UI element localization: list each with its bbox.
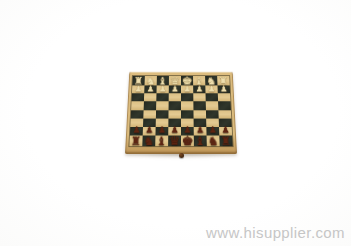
board-square: ♝	[194, 135, 207, 146]
board-square: ♟	[168, 127, 181, 136]
board-square	[156, 110, 169, 118]
board-square	[218, 93, 231, 101]
board-square	[206, 118, 219, 127]
black-king-piece: ♚	[182, 135, 194, 146]
board-square: ♟	[143, 127, 156, 136]
black-rook-piece: ♜	[220, 136, 231, 146]
board-square	[156, 102, 169, 110]
board-square: ♟	[144, 85, 156, 93]
board-square	[219, 118, 232, 127]
black-rook-piece: ♜	[130, 136, 141, 146]
white-pawn-piece: ♟	[134, 86, 142, 93]
white-bishop-piece: ♝	[194, 77, 204, 86]
board-square: ♟	[169, 85, 181, 93]
black-bishop-piece: ♝	[156, 136, 167, 146]
board-square: ♟	[217, 85, 230, 93]
chess-board: ♜♞♝♛♚♝♞♜♟♟♟♟♟♟♟♟♟♟♟♟♟♟♟♟♜♞♝♛♚♝♞♜	[125, 72, 237, 154]
board-square	[218, 110, 231, 118]
board-square: ♟	[206, 127, 219, 136]
black-pawn-piece: ♟	[132, 127, 140, 134]
board-square	[132, 93, 145, 101]
board-square: ♜	[217, 76, 230, 85]
white-queen-piece: ♛	[169, 76, 180, 85]
board-frame: ♜♞♝♛♚♝♞♜♟♟♟♟♟♟♟♟♟♟♟♟♟♟♟♟♜♞♝♛♚♝♞♜	[125, 72, 237, 154]
board-square: ♛	[168, 135, 181, 146]
black-pawn-piece: ♟	[209, 127, 217, 134]
white-rook-piece: ♜	[133, 77, 143, 86]
board-square	[143, 118, 156, 127]
board-square	[193, 93, 205, 101]
board-square	[131, 102, 144, 110]
white-rook-piece: ♜	[218, 77, 228, 86]
board-grid: ♜♞♝♛♚♝♞♜♟♟♟♟♟♟♟♟♟♟♟♟♟♟♟♟♜♞♝♛♚♝♞♜	[128, 75, 233, 147]
board-square: ♜	[129, 135, 142, 146]
board-square: ♛	[169, 76, 181, 85]
white-knight-piece: ♞	[146, 77, 156, 86]
board-square: ♝	[157, 76, 169, 85]
clasp-pin-icon	[178, 153, 183, 158]
board-square: ♞	[207, 135, 220, 146]
board-square	[218, 102, 231, 110]
white-pawn-piece: ♟	[208, 86, 216, 93]
board-square	[168, 118, 181, 127]
board-square	[181, 102, 193, 110]
black-pawn-piece: ♟	[196, 127, 204, 134]
board-square: ♟	[219, 127, 232, 136]
board-square: ♟	[130, 127, 143, 136]
board-square: ♚	[181, 135, 194, 146]
black-knight-piece: ♞	[208, 136, 219, 146]
white-pawn-piece: ♟	[171, 86, 179, 93]
board-square	[144, 102, 157, 110]
board-square: ♞	[145, 76, 157, 85]
board-square	[131, 110, 144, 118]
board-square	[193, 102, 206, 110]
board-square: ♞	[142, 135, 155, 146]
black-pawn-piece: ♟	[145, 127, 153, 134]
board-square: ♟	[181, 127, 194, 136]
white-pawn-piece: ♟	[159, 86, 167, 93]
black-queen-piece: ♛	[169, 135, 181, 146]
board-square: ♝	[155, 135, 168, 146]
board-square	[206, 93, 219, 101]
white-pawn-piece: ♟	[183, 86, 191, 93]
board-square: ♚	[181, 76, 193, 85]
board-square	[130, 118, 143, 127]
black-pawn-piece: ♟	[221, 127, 229, 134]
board-square: ♜	[132, 76, 145, 85]
board-square	[143, 110, 156, 118]
board-square	[193, 110, 206, 118]
board-square	[144, 93, 157, 101]
board-square	[194, 118, 207, 127]
board-square	[156, 118, 169, 127]
board-square: ♟	[205, 85, 217, 93]
white-pawn-piece: ♟	[147, 86, 155, 93]
board-square	[206, 110, 219, 118]
white-bishop-piece: ♝	[158, 77, 168, 86]
board-square: ♟	[193, 85, 205, 93]
watermark-text: www.hisupplier.com	[206, 224, 345, 241]
board-square: ♝	[193, 76, 205, 85]
black-pawn-piece: ♟	[183, 127, 191, 134]
board-square: ♟	[132, 85, 145, 93]
black-bishop-piece: ♝	[195, 136, 206, 146]
white-pawn-piece: ♟	[220, 86, 228, 93]
black-knight-piece: ♞	[143, 136, 154, 146]
white-king-piece: ♚	[182, 76, 193, 85]
board-square	[169, 93, 181, 101]
board-square	[156, 93, 168, 101]
board-square	[181, 118, 194, 127]
product-photo: ♜♞♝♛♚♝♞♜♟♟♟♟♟♟♟♟♟♟♟♟♟♟♟♟♜♞♝♛♚♝♞♜ www.his…	[0, 0, 351, 246]
board-square: ♜	[219, 135, 232, 146]
board-square: ♟	[181, 85, 193, 93]
board-square: ♟	[155, 127, 168, 136]
black-pawn-piece: ♟	[171, 127, 179, 134]
board-square: ♟	[194, 127, 207, 136]
board-square	[181, 110, 194, 118]
board-square: ♞	[205, 76, 217, 85]
board-square	[168, 110, 181, 118]
board-square	[169, 102, 181, 110]
white-pawn-piece: ♟	[195, 86, 203, 93]
black-pawn-piece: ♟	[158, 127, 166, 134]
board-square: ♟	[156, 85, 168, 93]
board-square	[181, 93, 193, 101]
white-knight-piece: ♞	[206, 77, 216, 86]
board-square	[206, 102, 219, 110]
